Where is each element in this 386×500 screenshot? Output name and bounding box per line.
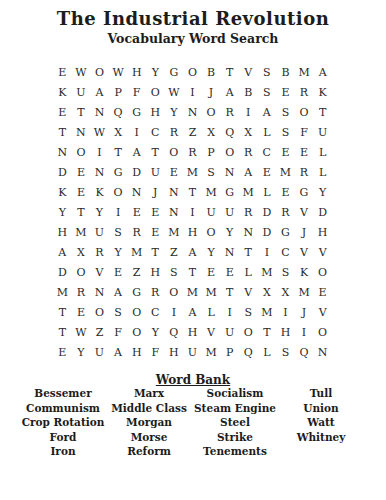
grid-cell-r6c6: U [146,162,165,182]
grid-cell-r8c13: R [276,202,295,222]
grid-cell-r11c15: O [313,262,332,282]
grid-cell-r1c15: A [313,62,332,82]
grid-cell-r4c6: C [146,122,165,142]
grid-cell-r12c11: V [239,282,258,302]
grid-cell-r1c8: O [183,62,202,82]
grid-cell-r9c4: S [109,222,128,242]
grid-cell-r4c11: X [239,122,258,142]
grid-cell-r2c9: J [202,82,221,102]
grid-cell-r13c4: S [109,302,128,322]
grid-cell-r13c13: I [276,302,295,322]
grid-cell-r2c5: F [127,82,146,102]
grid-cell-r8c15: D [313,202,332,222]
grid-cell-r4c13: S [276,122,295,142]
grid-cell-r14c6: Y [146,322,165,342]
grid-cell-r13c9: L [202,302,221,322]
grid-cell-r3c5: G [127,102,146,122]
grid-cell-r8c4: I [109,202,128,222]
grid-cell-r1c10: T [220,62,239,82]
word-bank-item: Marx [106,386,192,401]
grid-cell-r5c6: T [146,142,165,162]
grid-cell-r13c5: O [127,302,146,322]
grid-cell-r1c12: S [258,62,277,82]
grid-cell-r10c7: Z [165,242,184,262]
grid-cell-r6c11: A [239,162,258,182]
grid-cell-r3c9: O [202,102,221,122]
grid-cell-r7c9: M [202,182,221,202]
grid-cell-r7c4: O [109,182,128,202]
grid-cell-r3c4: Q [109,102,128,122]
grid-cell-r10c11: T [239,242,258,262]
grid-cell-r15c12: L [258,342,277,362]
grid-cell-r6c4: G [109,162,128,182]
grid-cell-r2c6: O [146,82,165,102]
grid-cell-r8c10: U [220,202,239,222]
grid-cell-r3c12: A [258,102,277,122]
grid-cell-r6c7: E [165,162,184,182]
grid-cell-r2c14: R [295,82,314,102]
grid-cell-r1c11: V [239,62,258,82]
grid-cell-r5c2: O [72,142,91,162]
grid-cell-r2c13: E [276,82,295,102]
grid-cell-r11c9: E [202,262,221,282]
grid-cell-r9c11: N [239,222,258,242]
grid-cell-r7c5: N [127,182,146,202]
word-bank-column: TullUnionWattWhitney [278,386,364,459]
grid-cell-r6c3: N [90,162,109,182]
word-bank-item: Watt [278,415,364,430]
word-bank-item: Steel [192,415,278,430]
grid-cell-r12c15: E [313,282,332,302]
grid-cell-r2c3: A [90,82,109,102]
word-bank-column: MarxMiddle ClassMorganMorseReform [106,386,192,459]
grid-cell-r14c7: Q [165,322,184,342]
grid-cell-r5c14: E [295,142,314,162]
grid-cell-r13c12: M [258,302,277,322]
grid-cell-r15c8: U [183,342,202,362]
grid-cell-r9c10: Y [220,222,239,242]
grid-cell-r4c15: U [313,122,332,142]
grid-cell-r7c12: L [258,182,277,202]
grid-cell-r7c1: K [53,182,72,202]
grid-cell-r13c11: S [239,302,258,322]
word-bank-item: Strike [192,430,278,445]
grid-cell-r13c3: O [90,302,109,322]
grid-cell-r6c12: E [258,162,277,182]
grid-cell-r10c15: V [313,242,332,262]
grid-cell-r11c12: M [258,262,277,282]
grid-cell-r10c14: V [295,242,314,262]
grid-cell-r11c6: H [146,262,165,282]
grid-cell-r15c9: M [202,342,221,362]
grid-cell-r3c7: Y [165,102,184,122]
grid-cell-r14c8: H [183,322,202,342]
grid-cell-r12c3: N [90,282,109,302]
grid-cell-r11c11: L [239,262,258,282]
grid-cell-r1c6: Y [146,62,165,82]
word-bank-item: Whitney [278,430,364,445]
grid-cell-r1c3: O [90,62,109,82]
grid-cell-r6c10: N [220,162,239,182]
grid-cell-r5c5: A [127,142,146,162]
grid-cell-r7c10: G [220,182,239,202]
grid-cell-r5c13: E [276,142,295,162]
grid-cell-r7c2: E [72,182,91,202]
grid-cell-r8c11: R [239,202,258,222]
grid-cell-r2c10: A [220,82,239,102]
grid-cell-r11c4: E [109,262,128,282]
grid-cell-r7c8: T [183,182,202,202]
page-subtitle: Vocabulary Word Search [0,31,386,46]
grid-cell-r10c2: X [72,242,91,262]
grid-cell-r15c6: F [146,342,165,362]
grid-cell-r12c6: R [146,282,165,302]
grid-cell-r1c13: B [276,62,295,82]
grid-cell-r4c3: W [90,122,109,142]
grid-cell-r3c15: T [313,102,332,122]
grid-cell-r5c15: L [313,142,332,162]
word-bank-item: Bessemer [20,386,106,401]
grid-cell-r12c1: M [53,282,72,302]
word-bank-item: Reform [106,444,192,459]
grid-cell-r9c6: E [146,222,165,242]
grid-cell-r9c1: H [53,222,72,242]
grid-cell-r7c14: G [295,182,314,202]
grid-cell-r10c10: N [220,242,239,262]
grid-cell-r15c4: A [109,342,128,362]
grid-cell-r12c12: X [258,282,277,302]
grid-cell-r11c8: T [183,262,202,282]
grid-cell-r13c10: I [220,302,239,322]
worksheet-page: The Industrial Revolution Vocabulary Wor… [0,0,386,500]
grid-cell-r15c14: Q [295,342,314,362]
grid-cell-r9c7: M [165,222,184,242]
grid-cell-r10c8: A [183,242,202,262]
grid-cell-r9c3: U [90,222,109,242]
word-bank-item: Morse [106,430,192,445]
grid-cell-r12c8: M [183,282,202,302]
grid-cell-r4c5: I [127,122,146,142]
word-bank-item: Morgan [106,415,192,430]
grid-cell-r9c15: H [313,222,332,242]
grid-cell-r12c2: R [72,282,91,302]
grid-cell-r2c15: K [313,82,332,102]
word-bank-item: Communism [20,401,106,416]
grid-cell-r10c6: T [146,242,165,262]
grid-cell-r8c1: Y [53,202,72,222]
grid-cell-r8c9: U [202,202,221,222]
grid-cell-r11c2: O [72,262,91,282]
grid-cell-r8c12: D [258,202,277,222]
grid-cell-r5c11: R [239,142,258,162]
word-bank-item: Tenements [192,444,278,459]
grid-cell-r6c9: S [202,162,221,182]
grid-cell-r11c5: Z [127,262,146,282]
grid-cell-r11c13: S [276,262,295,282]
grid-cell-r11c14: K [295,262,314,282]
grid-cell-r10c1: A [53,242,72,262]
grid-cell-r4c9: X [202,122,221,142]
grid-cell-r2c2: U [72,82,91,102]
page-title: The Industrial Revolution [0,8,386,29]
grid-cell-r6c8: M [183,162,202,182]
grid-cell-r4c1: T [53,122,72,142]
word-bank-item: Ford [20,430,106,445]
grid-cell-r15c11: Q [239,342,258,362]
grid-cell-r14c15: O [313,322,332,342]
grid-cell-r3c2: T [72,102,91,122]
grid-cell-r3c13: S [276,102,295,122]
grid-cell-r15c10: P [220,342,239,362]
word-bank-item: Socialism [192,386,278,401]
grid-cell-r2c4: P [109,82,128,102]
grid-cell-r11c10: E [220,262,239,282]
grid-cell-r6c5: D [127,162,146,182]
grid-cell-r7c11: M [239,182,258,202]
grid-cell-r12c14: M [295,282,314,302]
grid-cell-r6c13: M [276,162,295,182]
grid-cell-r8c14: V [295,202,314,222]
grid-cell-r7c6: J [146,182,165,202]
grid-cell-r1c7: G [165,62,184,82]
grid-cell-r5c7: O [165,142,184,162]
grid-cell-r13c1: T [53,302,72,322]
grid-cell-r4c2: N [72,122,91,142]
grid-cell-r1c1: E [53,62,72,82]
grid-cell-r2c11: B [239,82,258,102]
grid-cell-r13c2: E [72,302,91,322]
grid-cell-r6c1: D [53,162,72,182]
grid-cell-r5c8: R [183,142,202,162]
word-bank: BessemerCommunismCrop RotationFordIron M… [20,386,364,459]
grid-cell-r3c1: E [53,102,72,122]
grid-cell-r12c10: T [220,282,239,302]
grid-cell-r4c10: Q [220,122,239,142]
grid-cell-r8c8: I [183,202,202,222]
grid-cell-r4c7: R [165,122,184,142]
grid-cell-r14c9: V [202,322,221,342]
grid-cell-r10c12: I [258,242,277,262]
grid-cell-r9c13: G [276,222,295,242]
grid-cell-r15c2: Y [72,342,91,362]
grid-cell-r10c5: M [127,242,146,262]
word-bank-item: Crop Rotation [20,415,106,430]
grid-cell-r9c2: M [72,222,91,242]
grid-cell-r9c9: O [202,222,221,242]
grid-cell-r14c12: T [258,322,277,342]
grid-cell-r1c5: H [127,62,146,82]
grid-cell-r15c3: U [90,342,109,362]
grid-cell-r8c5: E [127,202,146,222]
grid-cell-r2c12: S [258,82,277,102]
grid-cell-r14c1: T [53,322,72,342]
word-bank-item: Middle Class [106,401,192,416]
grid-cell-r11c7: S [165,262,184,282]
grid-cell-r14c5: O [127,322,146,342]
grid-cell-r7c7: N [165,182,184,202]
grid-cell-r13c7: I [165,302,184,322]
grid-cell-r8c3: Y [90,202,109,222]
grid-cell-r4c4: X [109,122,128,142]
grid-cell-r6c2: E [72,162,91,182]
grid-cell-r14c4: F [109,322,128,342]
grid-cell-r14c3: Z [90,322,109,342]
grid-cell-r1c2: W [72,62,91,82]
grid-cell-r9c12: D [258,222,277,242]
grid-cell-r8c2: T [72,202,91,222]
grid-cell-r12c4: A [109,282,128,302]
grid-cell-r12c9: M [202,282,221,302]
grid-cell-r14c10: U [220,322,239,342]
grid-cell-r14c14: I [295,322,314,342]
grid-cell-r3c3: N [90,102,109,122]
grid-cell-r7c13: E [276,182,295,202]
grid-cell-r4c8: Z [183,122,202,142]
grid-cell-r7c3: K [90,182,109,202]
grid-cell-r9c8: H [183,222,202,242]
word-bank-column: BessemerCommunismCrop RotationFordIron [20,386,106,459]
grid-cell-r1c9: B [202,62,221,82]
grid-cell-r2c1: K [53,82,72,102]
grid-cell-r13c15: V [313,302,332,322]
grid-cell-r4c14: F [295,122,314,142]
grid-cell-r6c15: L [313,162,332,182]
word-bank-item: Steam Engine [192,401,278,416]
grid-cell-r9c14: J [295,222,314,242]
grid-cell-r3c10: R [220,102,239,122]
grid-cell-r14c2: W [72,322,91,342]
grid-cell-r5c3: I [90,142,109,162]
grid-cell-r8c6: E [146,202,165,222]
grid-cell-r6c14: R [295,162,314,182]
grid-cell-r3c14: O [295,102,314,122]
grid-cell-r4c12: L [258,122,277,142]
grid-cell-r13c6: C [146,302,165,322]
grid-cell-r15c1: E [53,342,72,362]
grid-cell-r15c15: N [313,342,332,362]
grid-cell-r9c5: R [127,222,146,242]
grid-cell-r3c6: H [146,102,165,122]
grid-cell-r12c7: O [165,282,184,302]
grid-cell-r1c4: W [109,62,128,82]
word-bank-item: Iron [20,444,106,459]
word-bank-item: Union [278,401,364,416]
grid-cell-r7c15: Y [313,182,332,202]
grid-cell-r5c10: O [220,142,239,162]
grid-cell-r13c14: J [295,302,314,322]
word-bank-column: SocialismSteam EngineSteelStrikeTenement… [192,386,278,459]
grid-cell-r15c7: H [165,342,184,362]
grid-cell-r10c3: R [90,242,109,262]
grid-cell-r8c7: N [165,202,184,222]
word-bank-item: Tull [278,386,364,401]
grid-cell-r14c11: O [239,322,258,342]
word-search-grid: EWOWHYGOBTVSBMAKUAPFOWIJABSERKETNQGHYNOR… [53,62,332,362]
grid-cell-r1c14: M [295,62,314,82]
grid-cell-r11c3: V [90,262,109,282]
grid-cell-r5c12: C [258,142,277,162]
grid-cell-r15c5: H [127,342,146,362]
grid-cell-r15c13: S [276,342,295,362]
grid-cell-r10c13: C [276,242,295,262]
grid-cell-r2c8: I [183,82,202,102]
grid-cell-r10c9: Y [202,242,221,262]
grid-cell-r12c13: X [276,282,295,302]
grid-cell-r12c5: G [127,282,146,302]
grid-cell-r14c13: H [276,322,295,342]
grid-cell-r5c9: P [202,142,221,162]
grid-cell-r10c4: Y [109,242,128,262]
grid-cell-r5c4: T [109,142,128,162]
word-bank-heading: Word Bank [156,373,230,387]
grid-cell-r2c7: W [165,82,184,102]
grid-cell-r5c1: N [53,142,72,162]
grid-cell-r13c8: A [183,302,202,322]
grid-cell-r3c8: N [183,102,202,122]
grid-cell-r11c1: D [53,262,72,282]
grid-cell-r3c11: I [239,102,258,122]
